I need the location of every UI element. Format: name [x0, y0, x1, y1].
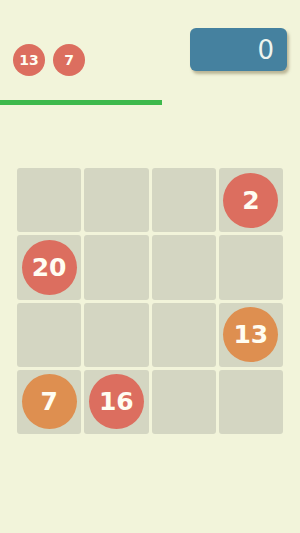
tile-7[interactable]: 7: [22, 374, 77, 429]
tile-16[interactable]: 16: [89, 374, 144, 429]
tile-20[interactable]: 20: [22, 240, 77, 295]
tile-13[interactable]: 13: [223, 307, 278, 362]
grid-cell-r3c3[interactable]: [219, 370, 283, 434]
grid-cell-r1c1[interactable]: [84, 235, 148, 299]
grid-cell-r2c1[interactable]: [84, 303, 148, 367]
board: 22013716: [17, 168, 283, 434]
grid-cell-r3c0[interactable]: 7: [17, 370, 81, 434]
grid-cell-r3c1[interactable]: 16: [84, 370, 148, 434]
score-value: 0: [257, 35, 274, 65]
next-tiles-queue: 13 7: [13, 44, 85, 76]
grid-cell-r2c3[interactable]: 13: [219, 303, 283, 367]
next-tile-upcoming[interactable]: 7: [53, 44, 85, 76]
grid-cell-r3c2[interactable]: [152, 370, 216, 434]
grid-cell-r2c2[interactable]: [152, 303, 216, 367]
next-tile-current[interactable]: 13: [13, 44, 45, 76]
grid-cell-r0c0[interactable]: [17, 168, 81, 232]
grid-cell-r1c2[interactable]: [152, 235, 216, 299]
grid-cell-r0c3[interactable]: 2: [219, 168, 283, 232]
grid-cell-r0c1[interactable]: [84, 168, 148, 232]
grid-cell-r1c0[interactable]: 20: [17, 235, 81, 299]
progress-bar: [0, 100, 162, 105]
grid-cell-r2c0[interactable]: [17, 303, 81, 367]
grid-cell-r0c2[interactable]: [152, 168, 216, 232]
score-box: 0: [190, 28, 287, 71]
tile-2[interactable]: 2: [223, 173, 278, 228]
grid-cell-r1c3[interactable]: [219, 235, 283, 299]
